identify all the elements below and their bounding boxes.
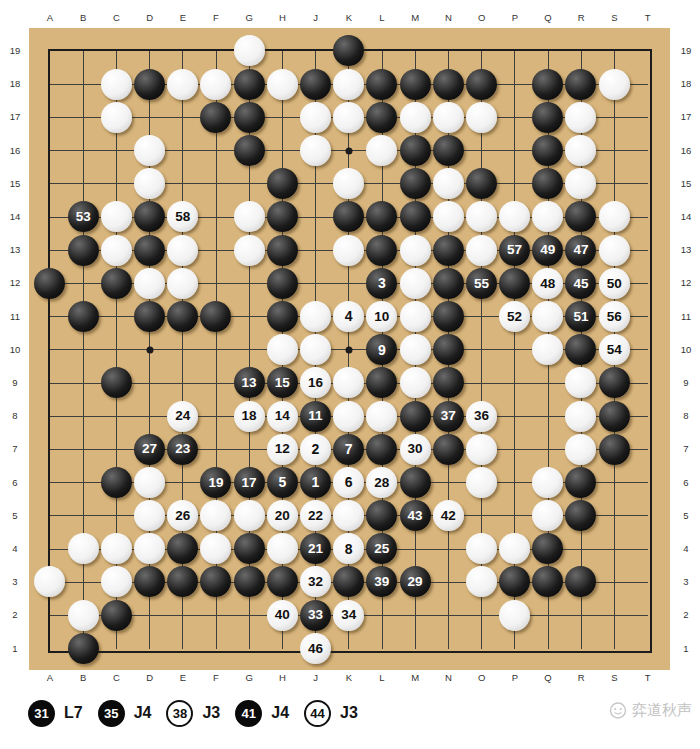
black-stone: 39	[366, 566, 397, 597]
black-stone	[267, 201, 298, 232]
white-stone	[300, 301, 331, 332]
white-stone: 32	[300, 566, 331, 597]
move-number: 10	[374, 310, 389, 324]
white-stone: 20	[267, 500, 298, 531]
black-stone	[167, 301, 198, 332]
move-number: 26	[175, 509, 190, 523]
white-stone	[134, 533, 165, 564]
move-number: 54	[607, 343, 622, 357]
black-stone	[466, 69, 497, 100]
black-stone: 49	[532, 235, 563, 266]
white-stone	[134, 168, 165, 199]
row-label-left: 14	[10, 212, 21, 222]
black-stone	[599, 434, 630, 465]
black-stone: 21	[300, 533, 331, 564]
black-stone: 47	[565, 235, 596, 266]
black-stone: 53	[68, 201, 99, 232]
white-stone	[565, 401, 596, 432]
black-stone: 17	[234, 467, 265, 498]
move-number: 16	[308, 376, 323, 390]
legend-stone-black: 41	[235, 700, 262, 727]
move-number: 33	[308, 608, 323, 622]
black-stone	[565, 201, 596, 232]
black-stone	[433, 367, 464, 398]
move-number: 50	[607, 277, 622, 291]
go-board: 5358574947355484550410525156954131516241…	[29, 28, 670, 670]
black-stone	[532, 566, 563, 597]
column-label-bottom: P	[512, 673, 518, 683]
white-stone: 16	[300, 367, 331, 398]
black-stone	[68, 633, 99, 664]
column-label-bottom: A	[47, 673, 53, 683]
column-label-bottom: J	[313, 673, 318, 683]
move-number: 57	[507, 243, 522, 257]
column-label-bottom: R	[578, 673, 585, 683]
row-label-left: 12	[10, 279, 21, 289]
white-stone	[234, 35, 265, 66]
white-stone	[466, 566, 497, 597]
move-number: 55	[474, 277, 489, 291]
white-stone	[34, 566, 65, 597]
row-label-left: 6	[12, 478, 17, 488]
white-stone	[101, 235, 132, 266]
row-label-right: 7	[683, 445, 688, 455]
legend-point-label: J4	[271, 704, 289, 722]
white-stone: 48	[532, 268, 563, 299]
black-stone	[599, 367, 630, 398]
white-stone	[333, 401, 364, 432]
column-label-top: H	[279, 13, 286, 23]
black-stone	[532, 135, 563, 166]
row-label-left: 3	[12, 577, 17, 587]
move-number: 45	[573, 277, 588, 291]
legend-stone-black: 31	[28, 700, 55, 727]
legend-stone-white: 38	[166, 700, 193, 727]
black-stone	[234, 135, 265, 166]
black-stone	[366, 69, 397, 100]
black-stone	[68, 235, 99, 266]
black-stone: 9	[366, 334, 397, 365]
white-stone	[532, 334, 563, 365]
white-stone	[134, 500, 165, 531]
black-stone	[532, 168, 563, 199]
white-stone	[499, 533, 530, 564]
white-stone	[267, 334, 298, 365]
move-number: 14	[275, 409, 290, 423]
move-number: 4	[345, 309, 353, 323]
move-number: 23	[175, 442, 190, 456]
black-stone	[34, 268, 65, 299]
row-label-left: 16	[10, 146, 21, 156]
white-stone	[565, 434, 596, 465]
black-stone	[565, 566, 596, 597]
column-label-bottom: H	[279, 673, 286, 683]
row-label-left: 15	[10, 179, 21, 189]
white-stone: 34	[333, 600, 364, 631]
row-label-right: 14	[681, 212, 692, 222]
move-number: 6	[345, 475, 353, 489]
move-number: 12	[275, 442, 290, 456]
white-stone	[499, 201, 530, 232]
row-label-right: 4	[683, 544, 688, 554]
white-stone	[400, 268, 431, 299]
black-stone	[167, 566, 198, 597]
column-label-bottom: S	[611, 673, 617, 683]
black-stone	[565, 500, 596, 531]
white-stone	[333, 367, 364, 398]
black-stone	[134, 235, 165, 266]
move-number: 58	[175, 210, 190, 224]
black-stone	[400, 69, 431, 100]
black-stone	[234, 102, 265, 133]
white-stone: 12	[267, 434, 298, 465]
black-stone: 57	[499, 235, 530, 266]
column-label-top: D	[146, 13, 153, 23]
white-stone: 54	[599, 334, 630, 365]
white-stone: 52	[499, 301, 530, 332]
smiley-face-icon	[608, 700, 628, 720]
black-stone	[300, 69, 331, 100]
black-stone	[101, 467, 132, 498]
move-number: 2	[312, 442, 320, 456]
row-label-left: 19	[10, 46, 21, 56]
row-label-right: 17	[681, 113, 692, 123]
black-stone: 19	[200, 467, 231, 498]
column-label-top: P	[512, 13, 518, 23]
move-number: 37	[441, 409, 456, 423]
move-number: 43	[408, 509, 423, 523]
row-label-right: 9	[683, 378, 688, 388]
legend-point-label: J3	[340, 704, 358, 722]
black-stone	[366, 102, 397, 133]
white-stone	[234, 201, 265, 232]
white-stone	[200, 533, 231, 564]
row-label-right: 13	[681, 245, 692, 255]
row-label-left: 9	[12, 378, 17, 388]
move-legend: 31L735J438J341J444J3	[28, 697, 364, 729]
black-stone: 15	[267, 367, 298, 398]
black-stone: 45	[565, 268, 596, 299]
black-stone: 11	[300, 401, 331, 432]
move-number: 24	[175, 409, 190, 423]
black-stone: 55	[466, 268, 497, 299]
white-stone: 40	[267, 600, 298, 631]
white-stone: 4	[333, 301, 364, 332]
white-stone	[366, 401, 397, 432]
row-label-right: 1	[683, 644, 688, 654]
row-label-left: 4	[12, 544, 17, 554]
white-stone	[565, 102, 596, 133]
row-label-right: 16	[681, 146, 692, 156]
column-label-top: O	[478, 13, 485, 23]
white-stone	[134, 467, 165, 498]
black-stone	[267, 301, 298, 332]
move-number: 27	[142, 442, 157, 456]
white-stone	[466, 467, 497, 498]
black-stone	[433, 268, 464, 299]
white-stone	[466, 201, 497, 232]
row-label-right: 10	[681, 345, 692, 355]
white-stone	[466, 434, 497, 465]
move-number: 47	[573, 243, 588, 257]
black-stone	[433, 334, 464, 365]
legend-point-label: J4	[134, 704, 152, 722]
column-label-top: F	[213, 13, 219, 23]
white-stone	[433, 168, 464, 199]
white-stone	[599, 201, 630, 232]
black-stone	[499, 566, 530, 597]
black-stone	[400, 467, 431, 498]
white-stone	[532, 201, 563, 232]
row-label-left: 10	[10, 345, 21, 355]
row-label-right: 11	[681, 312, 691, 322]
white-stone	[167, 69, 198, 100]
black-stone	[532, 102, 563, 133]
column-label-top: G	[245, 13, 252, 23]
white-stone	[400, 334, 431, 365]
white-stone	[333, 235, 364, 266]
black-stone	[532, 533, 563, 564]
move-number: 53	[76, 210, 91, 224]
white-stone	[234, 235, 265, 266]
row-label-left: 18	[10, 79, 21, 89]
white-stone	[599, 235, 630, 266]
white-stone: 46	[300, 633, 331, 664]
move-number: 36	[474, 409, 489, 423]
white-stone	[532, 500, 563, 531]
row-label-right: 19	[681, 46, 692, 56]
black-stone	[267, 566, 298, 597]
black-stone	[366, 201, 397, 232]
white-stone	[333, 168, 364, 199]
black-stone	[565, 334, 596, 365]
move-number: 39	[374, 575, 389, 589]
column-label-bottom: O	[478, 673, 485, 683]
black-stone	[200, 102, 231, 133]
row-label-right: 8	[683, 411, 688, 421]
legend-point-label: L7	[64, 704, 83, 722]
move-number: 52	[507, 310, 522, 324]
move-number: 30	[408, 442, 423, 456]
white-stone	[466, 533, 497, 564]
black-stone	[400, 135, 431, 166]
white-stone	[300, 135, 331, 166]
white-stone: 22	[300, 500, 331, 531]
row-label-right: 12	[681, 279, 692, 289]
white-stone	[400, 301, 431, 332]
move-number: 13	[242, 376, 257, 390]
black-stone	[200, 301, 231, 332]
white-stone	[400, 235, 431, 266]
white-stone	[565, 168, 596, 199]
white-stone	[200, 500, 231, 531]
move-number: 28	[374, 476, 389, 490]
white-stone	[167, 235, 198, 266]
move-number: 32	[308, 575, 323, 589]
column-label-bottom: G	[245, 673, 252, 683]
black-stone	[433, 434, 464, 465]
black-stone	[333, 566, 364, 597]
black-stone: 51	[565, 301, 596, 332]
move-number: 56	[607, 310, 622, 324]
move-number: 7	[345, 442, 353, 456]
black-stone	[532, 69, 563, 100]
row-label-left: 1	[12, 644, 17, 654]
black-stone: 37	[433, 401, 464, 432]
black-stone	[400, 168, 431, 199]
column-label-bottom: M	[411, 673, 419, 683]
row-label-right: 6	[683, 478, 688, 488]
white-stone: 8	[333, 533, 364, 564]
legend-point-label: J3	[202, 704, 220, 722]
white-stone	[101, 566, 132, 597]
white-stone	[565, 367, 596, 398]
black-stone	[366, 235, 397, 266]
white-stone	[400, 367, 431, 398]
legend-stone-black: 35	[98, 700, 125, 727]
move-number: 34	[341, 608, 356, 622]
white-stone	[599, 69, 630, 100]
black-stone: 1	[300, 467, 331, 498]
column-label-bottom: D	[146, 673, 153, 683]
move-number: 1	[312, 475, 320, 489]
white-stone	[167, 268, 198, 299]
black-stone: 43	[400, 500, 431, 531]
black-stone	[433, 69, 464, 100]
move-number: 9	[378, 343, 386, 357]
black-stone	[267, 235, 298, 266]
white-stone	[333, 500, 364, 531]
black-stone	[101, 367, 132, 398]
row-label-left: 11	[10, 312, 20, 322]
column-label-top: E	[180, 13, 186, 23]
black-stone	[565, 69, 596, 100]
black-stone	[366, 367, 397, 398]
stones-grid: 5358574947355484550410525156954131516241…	[33, 34, 664, 665]
black-stone: 13	[234, 367, 265, 398]
black-stone	[366, 500, 397, 531]
legend-stone-white: 44	[304, 700, 331, 727]
move-number: 17	[242, 476, 257, 490]
black-stone	[333, 35, 364, 66]
row-label-left: 17	[10, 113, 21, 123]
white-stone	[466, 102, 497, 133]
black-stone: 27	[134, 434, 165, 465]
black-stone	[433, 235, 464, 266]
black-stone	[466, 168, 497, 199]
move-number: 29	[408, 575, 423, 589]
black-stone	[234, 533, 265, 564]
row-label-left: 2	[12, 611, 17, 621]
white-stone: 42	[433, 500, 464, 531]
black-stone: 29	[400, 566, 431, 597]
move-number: 11	[308, 409, 322, 423]
move-number: 21	[308, 542, 323, 556]
black-stone	[200, 566, 231, 597]
white-stone: 6	[333, 467, 364, 498]
column-label-bottom: N	[445, 673, 452, 683]
black-stone	[101, 600, 132, 631]
white-stone	[101, 102, 132, 133]
column-label-bottom: C	[113, 673, 120, 683]
black-stone	[101, 268, 132, 299]
white-stone	[267, 533, 298, 564]
white-stone	[134, 135, 165, 166]
white-stone	[234, 500, 265, 531]
column-label-top: R	[578, 13, 585, 23]
white-stone	[565, 135, 596, 166]
white-stone	[400, 102, 431, 133]
black-stone	[134, 69, 165, 100]
column-label-top: B	[80, 13, 86, 23]
black-stone: 25	[366, 533, 397, 564]
black-stone	[400, 401, 431, 432]
row-label-left: 5	[12, 511, 17, 521]
black-stone	[499, 268, 530, 299]
black-stone	[267, 268, 298, 299]
column-label-top: K	[346, 13, 352, 23]
white-stone	[433, 102, 464, 133]
watermark-text: 弈道秋声	[632, 701, 692, 720]
column-label-top: C	[113, 13, 120, 23]
white-stone	[267, 69, 298, 100]
white-stone	[333, 69, 364, 100]
move-number: 46	[308, 642, 323, 656]
white-stone	[300, 334, 331, 365]
move-number: 20	[275, 509, 290, 523]
black-stone: 7	[333, 434, 364, 465]
column-label-top: N	[445, 13, 452, 23]
black-stone	[565, 467, 596, 498]
black-stone	[366, 434, 397, 465]
page: 5358574947355484550410525156954131516241…	[0, 0, 700, 749]
row-label-left: 7	[12, 445, 17, 455]
move-number: 51	[573, 310, 588, 324]
row-label-right: 5	[683, 511, 688, 521]
black-stone	[134, 566, 165, 597]
column-label-bottom: Q	[544, 673, 551, 683]
move-number: 19	[208, 476, 223, 490]
move-number: 48	[540, 277, 555, 291]
column-label-top: A	[47, 13, 53, 23]
white-stone: 14	[267, 401, 298, 432]
white-stone	[532, 467, 563, 498]
row-label-left: 13	[10, 245, 21, 255]
column-label-bottom: B	[80, 673, 86, 683]
row-label-left: 8	[12, 411, 17, 421]
white-stone	[466, 235, 497, 266]
white-stone: 50	[599, 268, 630, 299]
white-stone	[499, 600, 530, 631]
column-label-bottom: F	[213, 673, 219, 683]
column-label-bottom: L	[379, 673, 384, 683]
white-stone: 58	[167, 201, 198, 232]
black-stone	[134, 301, 165, 332]
move-number: 42	[441, 509, 456, 523]
column-label-bottom: K	[346, 673, 352, 683]
column-label-bottom: E	[180, 673, 186, 683]
column-label-top: Q	[544, 13, 551, 23]
move-number: 18	[242, 409, 257, 423]
white-stone	[366, 135, 397, 166]
column-label-top: S	[611, 13, 617, 23]
white-stone: 56	[599, 301, 630, 332]
move-number: 8	[345, 542, 353, 556]
column-label-top: J	[313, 13, 318, 23]
white-stone: 10	[366, 301, 397, 332]
column-label-top: M	[411, 13, 419, 23]
white-stone	[433, 201, 464, 232]
